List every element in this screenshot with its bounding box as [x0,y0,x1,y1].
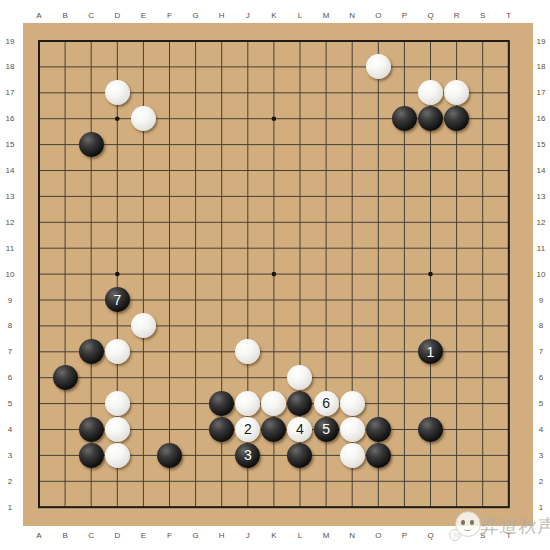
coord-left-4: 4 [2,424,18,435]
coord-top-F: F [160,10,180,21]
stone-black-H5 [209,391,234,416]
coord-left-17: 17 [2,87,18,98]
coord-top-S: S [473,10,493,21]
stone-black-C15 [79,132,104,157]
coord-top-H: H [212,10,232,21]
coord-bottom-O: O [368,530,388,541]
coord-right-18: 18 [533,61,549,72]
coord-left-9: 9 [2,295,18,306]
coord-left-16: 16 [2,113,18,124]
coord-top-T: T [499,10,519,21]
coord-right-14: 14 [533,165,549,176]
move-number-label: 3 [244,448,252,462]
coord-right-5: 5 [533,398,549,409]
coord-top-R: R [447,10,467,21]
stone-black-K4 [261,417,286,442]
stone-black-Q7: 1 [418,339,443,364]
coord-right-12: 12 [533,217,549,228]
stone-black-P16 [392,106,417,131]
stone-white-Q17 [418,80,443,105]
coord-top-A: A [29,10,49,21]
coord-top-N: N [342,10,362,21]
coord-right-10: 10 [533,269,549,280]
coord-top-E: E [133,10,153,21]
coord-right-4: 4 [533,424,549,435]
coord-right-3: 3 [533,450,549,461]
coord-bottom-E: E [133,530,153,541]
coord-bottom-J: J [238,530,258,541]
stone-black-L3 [287,443,312,468]
coord-right-11: 11 [533,243,549,254]
coord-left-3: 3 [2,450,18,461]
stone-black-D9: 7 [105,287,130,312]
coord-top-L: L [290,10,310,21]
stone-white-R17 [444,80,469,105]
stone-white-J5 [235,391,260,416]
stone-white-N3 [340,443,365,468]
stone-white-O18 [366,54,391,79]
coord-left-15: 15 [2,139,18,150]
stone-white-D7 [105,339,130,364]
watermark: 弈道秋声 [443,505,548,547]
coord-left-10: 10 [2,269,18,280]
coord-right-13: 13 [533,191,549,202]
coord-top-C: C [81,10,101,21]
stone-white-J4: 2 [235,417,260,442]
coord-right-16: 16 [533,113,549,124]
coord-left-1: 1 [2,502,18,513]
coord-right-19: 19 [533,36,549,47]
stone-black-O4 [366,417,391,442]
stone-white-L6 [287,365,312,390]
coord-bottom-K: K [264,530,284,541]
coord-top-D: D [107,10,127,21]
stone-black-O3 [366,443,391,468]
coord-left-6: 6 [2,372,18,383]
coord-right-6: 6 [533,372,549,383]
coord-top-Q: Q [421,10,441,21]
stone-black-H4 [209,417,234,442]
stone-white-L4: 4 [287,417,312,442]
coord-right-7: 7 [533,346,549,357]
coord-top-O: O [368,10,388,21]
coord-right-15: 15 [533,139,549,150]
move-number-label: 6 [322,396,330,410]
coord-left-12: 12 [2,217,18,228]
watermark-text: 弈道秋声 [480,514,550,538]
coord-bottom-B: B [55,530,75,541]
coord-bottom-P: P [394,530,414,541]
coord-left-7: 7 [2,346,18,357]
coord-right-9: 9 [533,295,549,306]
stone-white-E8 [131,313,156,338]
coord-top-K: K [264,10,284,21]
coord-bottom-N: N [342,530,362,541]
coord-bottom-C: C [81,530,101,541]
stone-white-M5: 6 [314,391,339,416]
coord-top-B: B [55,10,75,21]
stone-white-E16 [131,106,156,131]
stone-black-C7 [79,339,104,364]
stone-black-B6 [53,365,78,390]
stone-white-N5 [340,391,365,416]
stone-black-L5 [287,391,312,416]
coord-left-2: 2 [2,476,18,487]
coord-top-J: J [238,10,258,21]
coord-right-8: 8 [533,320,549,331]
coord-bottom-D: D [107,530,127,541]
stone-black-J3: 3 [235,443,260,468]
coord-bottom-H: H [212,530,232,541]
stone-white-D4 [105,417,130,442]
stone-black-M4: 5 [314,417,339,442]
go-board: 7513624 [23,23,533,526]
coord-right-17: 17 [533,87,549,98]
coord-top-P: P [394,10,414,21]
coord-left-13: 13 [2,191,18,202]
coord-top-G: G [186,10,206,21]
stone-white-K5 [261,391,286,416]
stone-black-F3 [157,443,182,468]
move-number-label: 1 [427,345,435,359]
move-number-label: 7 [113,293,121,307]
stone-white-D17 [105,80,130,105]
coord-bottom-Q: Q [421,530,441,541]
coord-bottom-G: G [186,530,206,541]
stone-black-C3 [79,443,104,468]
watermark-mascot-icon [455,511,481,537]
coord-bottom-A: A [29,530,49,541]
coord-bottom-F: F [160,530,180,541]
coord-bottom-M: M [316,530,336,541]
coord-right-2: 2 [533,476,549,487]
coord-left-18: 18 [2,61,18,72]
stone-black-Q16 [418,106,443,131]
stone-black-C4 [79,417,104,442]
stones-layer: 7513624 [26,28,522,520]
coord-top-M: M [316,10,336,21]
go-diagram-page: 7513624 AABBCCDDEEFFGGHHJJKKLLMMNNOOPPQQ… [0,0,550,550]
coord-bottom-L: L [290,530,310,541]
move-number-label: 2 [244,422,252,436]
move-number-label: 5 [322,422,330,436]
stone-black-Q4 [418,417,443,442]
coord-left-11: 11 [2,243,18,254]
stone-black-R16 [444,106,469,131]
stone-white-D5 [105,391,130,416]
stone-white-N4 [340,417,365,442]
stone-white-J7 [235,339,260,364]
coord-left-8: 8 [2,320,18,331]
stone-white-D3 [105,443,130,468]
coord-left-19: 19 [2,36,18,47]
move-number-label: 4 [296,422,304,436]
coord-left-5: 5 [2,398,18,409]
coord-left-14: 14 [2,165,18,176]
